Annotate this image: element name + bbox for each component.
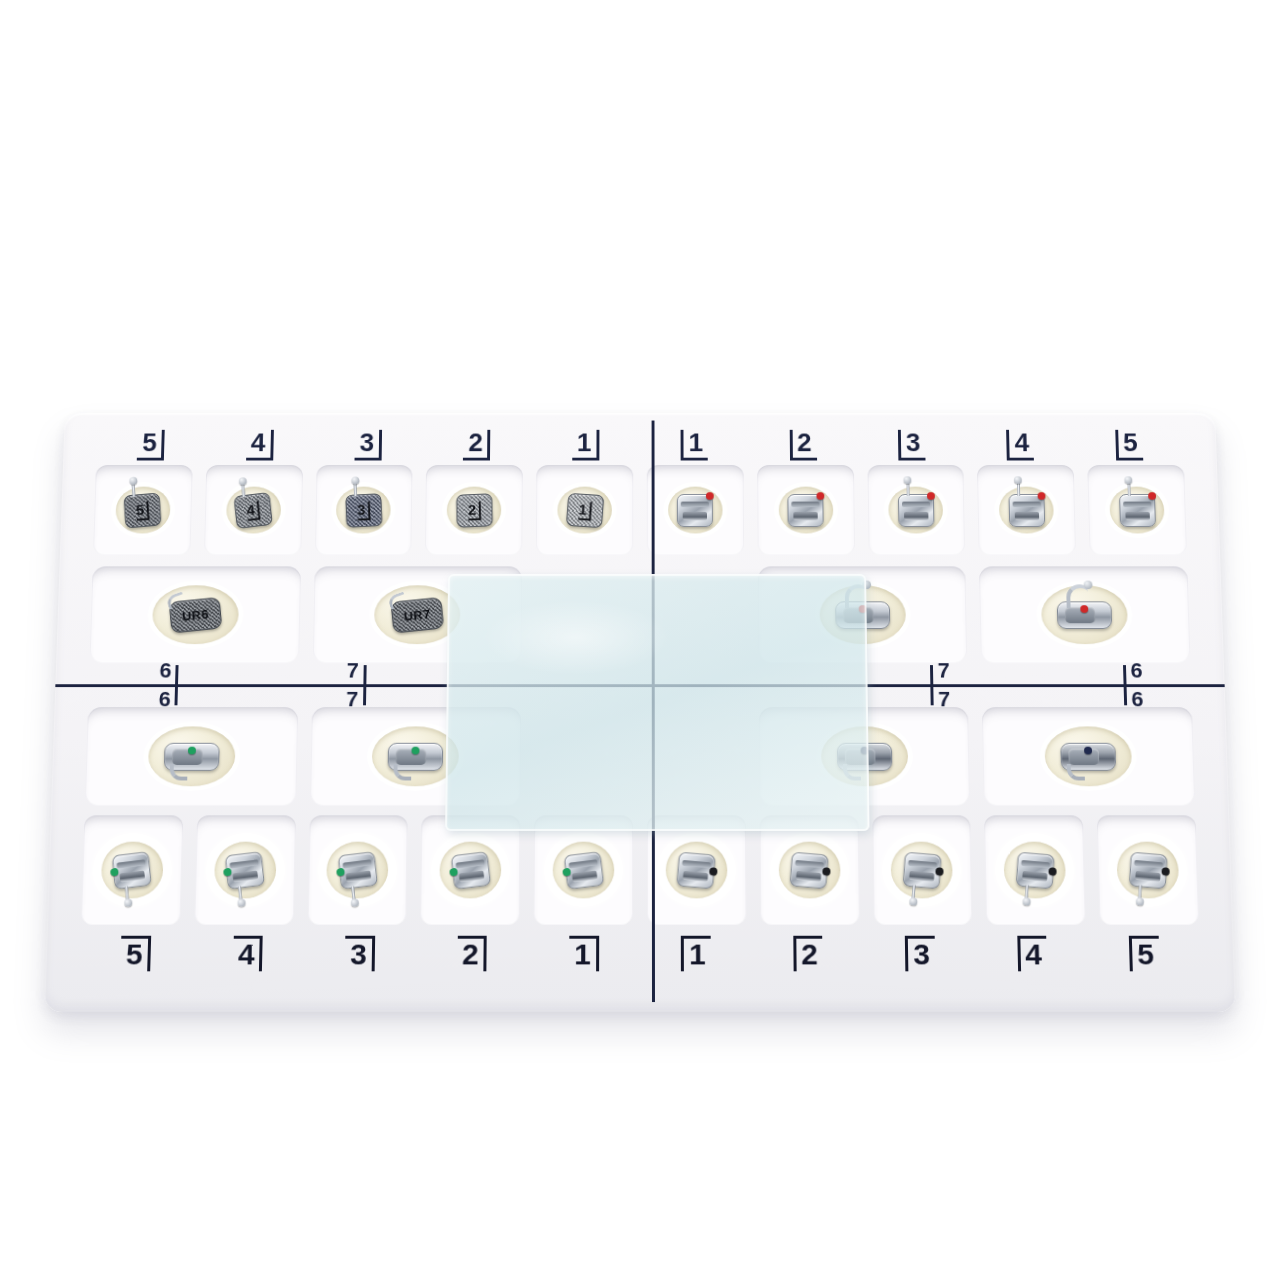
lower-bracket-row (81, 815, 1199, 925)
red-dot-icon (817, 492, 825, 499)
palmer-label-lr1: 1 (569, 936, 599, 972)
palmer-label-ll3: 3 (905, 936, 935, 972)
hook-icon (387, 591, 408, 609)
glue-dot (778, 487, 833, 534)
black-dot-icon (709, 867, 718, 875)
bracket-ur5: 5 (124, 492, 162, 528)
bracket-ll1 (677, 851, 716, 888)
green-dot-icon (110, 867, 119, 876)
bracket-ul3 (898, 494, 934, 527)
buccal-tube-lr7 (388, 742, 444, 770)
ball-hook-icon (1017, 481, 1020, 495)
black-dot-icon (822, 867, 831, 875)
pad-number: 4 (246, 500, 261, 520)
ball-hook-icon (1025, 884, 1029, 899)
tick-icon (175, 665, 179, 705)
glue-dot (666, 842, 728, 899)
ball-hook-icon (351, 886, 356, 901)
palmer-label-lr2: 2 (457, 936, 487, 972)
well-ul1 (647, 465, 744, 555)
glue-dot: 4 (226, 487, 281, 534)
pad-number: 2 (468, 500, 481, 519)
palmer-label-ll1: 1 (681, 936, 711, 972)
ball-hook-icon (241, 482, 245, 496)
bracket-lr3 (338, 851, 378, 889)
black-dot-icon (1048, 867, 1056, 875)
red-dot-icon (1080, 605, 1088, 613)
bracket-ll2 (790, 851, 829, 888)
well-lr5 (81, 815, 183, 925)
midline-mark-7-right: 7 7 (932, 663, 933, 707)
tick-icon (363, 665, 367, 705)
hook-icon (169, 764, 187, 780)
bracket-ul5 (1119, 494, 1156, 527)
palmer-label-lr4: 4 (233, 936, 263, 972)
bottom-label-row: 5 4 3 2 1 1 2 3 4 5 (79, 925, 1201, 982)
molar-label: 6 (1130, 660, 1143, 681)
bracket-ur2: 2 (456, 493, 493, 527)
well-ur6: UR6 (89, 566, 300, 663)
pad-number: 1 (578, 500, 592, 520)
glue-dot (778, 842, 840, 899)
glue-dot (1004, 842, 1067, 899)
bracket-ul1 (677, 494, 713, 527)
bracket-lr4 (225, 851, 265, 889)
glue-dot (1041, 585, 1129, 644)
palmer-label-ur2: 2 (463, 429, 490, 460)
well-lr6 (85, 707, 298, 805)
bracket-ul2 (788, 494, 824, 527)
green-dot-icon (412, 746, 420, 754)
glue-dot: 2 (447, 487, 502, 534)
well-ur4: 4 (204, 465, 303, 555)
well-ur5: 5 (93, 465, 193, 555)
bracket-ll4 (1016, 851, 1055, 888)
pad-number: 3 (357, 500, 371, 519)
ball-hook-icon (238, 886, 242, 901)
palmer-label-ur1: 1 (572, 429, 599, 460)
hook-icon (165, 591, 186, 609)
hook-icon (394, 764, 412, 780)
well-ll5 (1097, 815, 1199, 925)
palmer-label-ul2: 2 (789, 429, 816, 460)
glue-dot (553, 842, 615, 899)
well-lr4 (194, 815, 296, 925)
well-ul6 (979, 566, 1190, 663)
well-ll4 (984, 815, 1086, 925)
upper-bracket-row: 5 4 3 2 1 (93, 465, 1187, 555)
green-dot-icon (188, 746, 196, 754)
glue-dot (1044, 726, 1132, 786)
well-lr2 (421, 815, 521, 925)
bracket-ur3: 3 (345, 493, 382, 528)
well-ul2 (757, 465, 855, 555)
black-dot-icon (1161, 867, 1169, 875)
molar-label: 7 (347, 660, 359, 681)
molar-pad-ur7: UR7 (391, 597, 445, 633)
bracket-lr5 (112, 851, 152, 889)
buccal-tube-ul6 (1057, 601, 1112, 629)
ball-hook-icon (354, 482, 357, 496)
buccal-tube-lr6 (164, 742, 220, 770)
well-lr1 (534, 815, 633, 925)
buccal-tube-ll6 (1060, 742, 1116, 770)
tick-icon (930, 665, 934, 705)
well-ur3: 3 (315, 465, 413, 555)
tick-icon (1123, 665, 1127, 705)
red-dot-icon (706, 492, 714, 499)
palmer-label-ul3: 3 (898, 429, 926, 460)
glue-dot: UR6 (152, 585, 240, 644)
glue-dot (214, 842, 277, 899)
midline-mark-7-left: 7 7 (364, 663, 365, 707)
palmer-label-ur4: 4 (246, 429, 274, 460)
glue-dot: 3 (336, 487, 391, 534)
well-ul4 (977, 465, 1076, 555)
bracket-ur1: 1 (566, 492, 604, 527)
well-lr3 (307, 815, 408, 925)
well-ll2 (759, 815, 859, 925)
midline-mark-6-left: 6 6 (176, 663, 177, 707)
black-dot-icon (935, 867, 943, 875)
glue-dot (891, 842, 953, 899)
molar-label: 6 (159, 660, 172, 681)
ball-hook-icon (912, 884, 916, 899)
ball-hook-icon (1138, 884, 1142, 899)
navy-dot-icon (1084, 746, 1092, 754)
bracket-lr2 (451, 851, 491, 889)
glue-dot (889, 487, 944, 534)
ball-hook-icon (906, 481, 909, 495)
glue-dot (999, 487, 1054, 534)
palmer-label-lr3: 3 (345, 936, 375, 972)
palmer-label-ul1: 1 (681, 429, 708, 460)
glue-dot (668, 487, 723, 534)
ball-hook-icon (132, 482, 136, 496)
glue-dot (100, 842, 163, 899)
glue-dot: 1 (557, 487, 612, 534)
palmer-label-ul5: 5 (1115, 429, 1143, 460)
red-dot-icon (1148, 492, 1156, 499)
bracket-ll5 (1129, 851, 1168, 888)
well-ll1 (647, 815, 746, 925)
glue-dot (147, 726, 235, 786)
glue-dot (327, 842, 389, 899)
palmer-label-ll5: 5 (1129, 936, 1160, 972)
palmer-label-lr5: 5 (121, 936, 152, 972)
glue-dot: 5 (115, 487, 171, 534)
molar-label: 7 (938, 660, 950, 681)
bracket-ur4: 4 (234, 492, 273, 529)
well-ll3 (872, 815, 973, 925)
well-ul5 (1087, 465, 1187, 555)
well-ul3 (867, 465, 965, 555)
red-dot-icon (927, 492, 935, 499)
ball-hook-icon (125, 886, 129, 901)
top-label-row: 5 4 3 2 1 1 2 3 4 5 (96, 424, 1184, 465)
red-dot-icon (1037, 492, 1045, 499)
glue-dot (1116, 842, 1179, 899)
pad-text: UR6 (181, 606, 209, 623)
pad-number: 5 (136, 500, 150, 520)
midline-mark-6-right: 6 6 (1124, 663, 1125, 707)
photo-canvas: { "meta": { "description": "Overhead pho… (0, 0, 1276, 1276)
bracket-ll3 (903, 851, 942, 888)
palmer-label-ll2: 2 (793, 936, 823, 972)
glass-slide (445, 574, 870, 831)
glue-dot (1109, 487, 1165, 534)
well-ll6 (982, 707, 1195, 805)
palmer-label-ur3: 3 (354, 429, 382, 460)
palmer-label-ur5: 5 (137, 429, 165, 460)
bracket-ul4 (1008, 494, 1045, 527)
green-dot-icon (336, 867, 345, 876)
hook-icon (1067, 764, 1085, 780)
palmer-label-ul4: 4 (1006, 429, 1034, 460)
bracket-tray: 5 4 3 2 1 1 2 3 4 5 5 4 3 2 1 UR6 UR7 6 … (44, 413, 1236, 1012)
glue-dot (440, 842, 502, 899)
green-dot-icon (449, 867, 458, 876)
pad-text: UR7 (404, 606, 432, 623)
bracket-lr1 (563, 851, 604, 889)
ball-hook-icon (1127, 481, 1130, 495)
well-ur2: 2 (425, 465, 523, 555)
green-dot-icon (562, 867, 571, 876)
green-dot-icon (223, 867, 232, 876)
molar-pad-ur6: UR6 (169, 597, 222, 633)
well-ur1: 1 (536, 465, 633, 555)
palmer-label-ll4: 4 (1017, 936, 1047, 972)
